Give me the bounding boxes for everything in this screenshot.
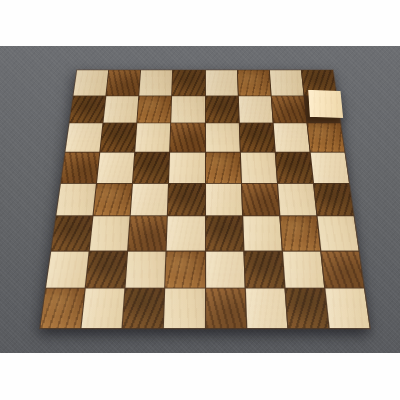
square-g1 — [285, 288, 328, 327]
square-h5 — [311, 152, 349, 182]
square-f3 — [243, 216, 282, 250]
square-a5 — [61, 152, 99, 182]
square-b5 — [97, 152, 134, 182]
square-e6 — [205, 123, 239, 151]
square-d7 — [172, 96, 205, 123]
page-background — [0, 0, 400, 400]
square-g5 — [276, 152, 313, 182]
square-b4 — [94, 183, 133, 215]
square-h2 — [321, 251, 364, 288]
square-g8 — [270, 70, 304, 95]
square-c8 — [139, 70, 172, 95]
square-e2 — [206, 251, 245, 288]
square-f1 — [245, 288, 287, 327]
square-c5 — [133, 152, 169, 182]
square-b3 — [90, 216, 130, 250]
square-d6 — [170, 123, 204, 151]
square-b8 — [106, 70, 140, 95]
square-d5 — [169, 152, 204, 182]
square-f5 — [241, 152, 277, 182]
square-a2 — [46, 251, 89, 288]
square-f7 — [238, 96, 272, 123]
square-g3 — [280, 216, 320, 250]
square-h6 — [307, 123, 344, 151]
square-a6 — [65, 123, 102, 151]
square-h4 — [314, 183, 354, 215]
square-a4 — [56, 183, 96, 215]
square-e4 — [206, 183, 242, 215]
square-e1 — [206, 288, 246, 327]
square-d8 — [172, 70, 204, 95]
square-f6 — [239, 123, 274, 151]
square-a7 — [70, 96, 106, 123]
square-f2 — [244, 251, 284, 288]
square-c2 — [126, 251, 166, 288]
square-d3 — [167, 216, 204, 250]
square-c1 — [123, 288, 165, 327]
square-f8 — [238, 70, 271, 95]
square-a8 — [73, 70, 108, 95]
square-e3 — [206, 216, 243, 250]
square-h3 — [317, 216, 358, 250]
square-a3 — [51, 216, 92, 250]
square-b2 — [86, 251, 127, 288]
square-a1 — [40, 288, 84, 327]
board-scene — [0, 0, 400, 400]
square-d2 — [166, 251, 205, 288]
square-g2 — [283, 251, 324, 288]
square-c6 — [135, 123, 170, 151]
square-d4 — [168, 183, 204, 215]
square-b1 — [82, 288, 125, 327]
square-h1 — [325, 288, 369, 327]
square-g6 — [273, 123, 309, 151]
square-b6 — [100, 123, 136, 151]
square-c3 — [128, 216, 167, 250]
square-c7 — [138, 96, 172, 123]
square-h7 — [308, 89, 343, 117]
square-g7 — [271, 96, 306, 123]
square-b7 — [104, 96, 139, 123]
square-d1 — [164, 288, 204, 327]
square-f4 — [242, 183, 279, 215]
chessboard-grid — [40, 70, 369, 328]
square-g4 — [278, 183, 317, 215]
square-c4 — [131, 183, 168, 215]
square-e7 — [205, 96, 238, 123]
chessboard — [40, 70, 369, 328]
square-e8 — [205, 70, 237, 95]
square-e5 — [205, 152, 240, 182]
